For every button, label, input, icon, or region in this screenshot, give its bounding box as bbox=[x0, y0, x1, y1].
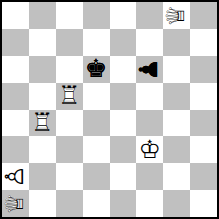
square-e8 bbox=[110, 2, 137, 29]
square-e3 bbox=[110, 136, 137, 163]
square-b4: ♜♖ bbox=[29, 110, 56, 137]
chess-board: ♛♕♚♚♟♟♜♖♜♖♚♔♟♙♛♕ bbox=[2, 2, 217, 217]
square-d1 bbox=[83, 190, 110, 217]
square-g3 bbox=[163, 136, 190, 163]
square-f4 bbox=[136, 110, 163, 137]
square-e2 bbox=[110, 163, 137, 190]
square-c3 bbox=[56, 136, 83, 163]
white-rook-piece: ♜♖ bbox=[56, 83, 83, 110]
black-king-piece: ♚♚ bbox=[83, 56, 110, 83]
square-h2 bbox=[190, 163, 217, 190]
square-d6: ♚♚ bbox=[83, 56, 110, 83]
square-f3: ♚♔ bbox=[136, 136, 163, 163]
square-a7 bbox=[2, 29, 29, 56]
square-a5 bbox=[2, 83, 29, 110]
square-a8 bbox=[2, 2, 29, 29]
square-c5: ♜♖ bbox=[56, 83, 83, 110]
square-f6: ♟♟ bbox=[136, 56, 163, 83]
white-queen-rotated-piece: ♛♕ bbox=[2, 190, 29, 217]
black-pawn-rotated-piece: ♟♟ bbox=[136, 56, 163, 83]
square-h3 bbox=[190, 136, 217, 163]
square-e1 bbox=[110, 190, 137, 217]
square-a1: ♛♕ bbox=[2, 190, 29, 217]
square-a4 bbox=[2, 110, 29, 137]
white-rook-piece: ♜♖ bbox=[29, 110, 56, 137]
square-e6 bbox=[110, 56, 137, 83]
square-a2: ♟♙ bbox=[2, 163, 29, 190]
square-h5 bbox=[190, 83, 217, 110]
square-a6 bbox=[2, 56, 29, 83]
square-b1 bbox=[29, 190, 56, 217]
square-g4 bbox=[163, 110, 190, 137]
square-f1 bbox=[136, 190, 163, 217]
white-king-piece: ♚♔ bbox=[136, 136, 163, 163]
square-h8 bbox=[190, 2, 217, 29]
square-d3 bbox=[83, 136, 110, 163]
square-c6 bbox=[56, 56, 83, 83]
square-h6 bbox=[190, 56, 217, 83]
square-g1 bbox=[163, 190, 190, 217]
square-f8 bbox=[136, 2, 163, 29]
square-c4 bbox=[56, 110, 83, 137]
square-b6 bbox=[29, 56, 56, 83]
square-b8 bbox=[29, 2, 56, 29]
square-d2 bbox=[83, 163, 110, 190]
square-e4 bbox=[110, 110, 137, 137]
square-h4 bbox=[190, 110, 217, 137]
square-f2 bbox=[136, 163, 163, 190]
square-c2 bbox=[56, 163, 83, 190]
square-b7 bbox=[29, 29, 56, 56]
square-b5 bbox=[29, 83, 56, 110]
square-b2 bbox=[29, 163, 56, 190]
square-g6 bbox=[163, 56, 190, 83]
square-c8 bbox=[56, 2, 83, 29]
square-h1 bbox=[190, 190, 217, 217]
square-d7 bbox=[83, 29, 110, 56]
square-g2 bbox=[163, 163, 190, 190]
square-d5 bbox=[83, 83, 110, 110]
square-f5 bbox=[136, 83, 163, 110]
square-e5 bbox=[110, 83, 137, 110]
square-b3 bbox=[29, 136, 56, 163]
square-d4 bbox=[83, 110, 110, 137]
square-d8 bbox=[83, 2, 110, 29]
square-c1 bbox=[56, 190, 83, 217]
square-g8: ♛♕ bbox=[163, 2, 190, 29]
square-h7 bbox=[190, 29, 217, 56]
square-g7 bbox=[163, 29, 190, 56]
square-f7 bbox=[136, 29, 163, 56]
square-g5 bbox=[163, 83, 190, 110]
square-c7 bbox=[56, 29, 83, 56]
chess-diagram: ♛♕♚♚♟♟♜♖♜♖♚♔♟♙♛♕ bbox=[0, 0, 219, 219]
white-pawn-rotated-piece: ♟♙ bbox=[2, 163, 29, 190]
white-queen-rotated-piece: ♛♕ bbox=[163, 2, 190, 29]
square-e7 bbox=[110, 29, 137, 56]
square-a3 bbox=[2, 136, 29, 163]
